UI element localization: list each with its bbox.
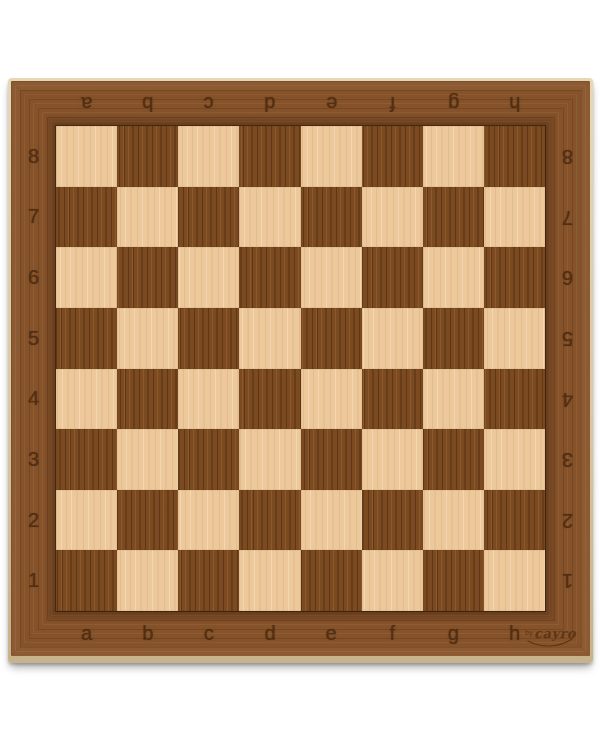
board-squares <box>56 126 545 611</box>
square-d3[interactable] <box>239 429 300 490</box>
square-f3[interactable] <box>362 429 423 490</box>
square-a6[interactable] <box>56 247 117 308</box>
rank-label-right-8: 8 <box>545 126 590 187</box>
board-frame: abcdefgh 87654321 87654321 abcdefgh by c… <box>11 81 590 656</box>
file-label-bottom-c: c <box>178 611 239 656</box>
square-g3[interactable] <box>423 429 484 490</box>
file-label-top-a: a <box>56 81 117 126</box>
square-a8[interactable] <box>56 126 117 187</box>
square-c6[interactable] <box>178 247 239 308</box>
square-h1[interactable] <box>484 550 545 611</box>
square-b7[interactable] <box>117 187 178 248</box>
file-labels-top: abcdefgh <box>11 81 590 126</box>
square-f8[interactable] <box>362 126 423 187</box>
square-g1[interactable] <box>423 550 484 611</box>
file-label-top-h: h <box>484 81 545 126</box>
square-h3[interactable] <box>484 429 545 490</box>
square-c7[interactable] <box>178 187 239 248</box>
square-e2[interactable] <box>301 490 362 551</box>
rank-label-left-5: 5 <box>11 308 56 369</box>
file-label-bottom-b: b <box>117 611 178 656</box>
rank-label-right-1: 1 <box>545 550 590 611</box>
file-label-top-e: e <box>301 81 362 126</box>
square-b4[interactable] <box>117 369 178 430</box>
file-label-top-f: f <box>362 81 423 126</box>
rank-label-left-2: 2 <box>11 490 56 551</box>
product-photo-background: abcdefgh 87654321 87654321 abcdefgh by c… <box>0 0 600 750</box>
square-a3[interactable] <box>56 429 117 490</box>
square-f5[interactable] <box>362 308 423 369</box>
square-c3[interactable] <box>178 429 239 490</box>
file-label-top-g: g <box>423 81 484 126</box>
square-d7[interactable] <box>239 187 300 248</box>
rank-labels-left: 87654321 <box>11 81 56 656</box>
square-c8[interactable] <box>178 126 239 187</box>
file-label-bottom-d: d <box>239 611 300 656</box>
rank-label-right-3: 3 <box>545 429 590 490</box>
square-g2[interactable] <box>423 490 484 551</box>
square-d8[interactable] <box>239 126 300 187</box>
file-label-top-c: c <box>178 81 239 126</box>
brand-logo-prefix: by <box>525 629 533 637</box>
square-h5[interactable] <box>484 308 545 369</box>
square-b8[interactable] <box>117 126 178 187</box>
rank-label-left-6: 6 <box>11 247 56 308</box>
square-e7[interactable] <box>301 187 362 248</box>
file-label-top-d: d <box>239 81 300 126</box>
rank-label-left-4: 4 <box>11 369 56 430</box>
file-label-bottom-f: f <box>362 611 423 656</box>
square-b3[interactable] <box>117 429 178 490</box>
rank-label-left-7: 7 <box>11 187 56 248</box>
square-e1[interactable] <box>301 550 362 611</box>
square-e3[interactable] <box>301 429 362 490</box>
square-a7[interactable] <box>56 187 117 248</box>
rank-label-right-6: 6 <box>545 247 590 308</box>
file-labels-bottom: abcdefgh <box>11 611 590 656</box>
square-d2[interactable] <box>239 490 300 551</box>
square-f7[interactable] <box>362 187 423 248</box>
square-f1[interactable] <box>362 550 423 611</box>
square-g6[interactable] <box>423 247 484 308</box>
square-c4[interactable] <box>178 369 239 430</box>
file-label-bottom-a: a <box>56 611 117 656</box>
rank-label-right-5: 5 <box>545 308 590 369</box>
brand-logo: by cayro <box>525 627 576 649</box>
square-e5[interactable] <box>301 308 362 369</box>
square-a2[interactable] <box>56 490 117 551</box>
file-label-bottom-g: g <box>423 611 484 656</box>
square-b5[interactable] <box>117 308 178 369</box>
square-e6[interactable] <box>301 247 362 308</box>
square-c1[interactable] <box>178 550 239 611</box>
square-c2[interactable] <box>178 490 239 551</box>
square-e8[interactable] <box>301 126 362 187</box>
square-b6[interactable] <box>117 247 178 308</box>
square-a5[interactable] <box>56 308 117 369</box>
square-g5[interactable] <box>423 308 484 369</box>
square-b1[interactable] <box>117 550 178 611</box>
square-h4[interactable] <box>484 369 545 430</box>
square-f4[interactable] <box>362 369 423 430</box>
square-b2[interactable] <box>117 490 178 551</box>
rank-label-left-3: 3 <box>11 429 56 490</box>
square-d4[interactable] <box>239 369 300 430</box>
square-g8[interactable] <box>423 126 484 187</box>
square-f2[interactable] <box>362 490 423 551</box>
square-g7[interactable] <box>423 187 484 248</box>
rank-label-left-1: 1 <box>11 550 56 611</box>
square-f6[interactable] <box>362 247 423 308</box>
square-d1[interactable] <box>239 550 300 611</box>
rank-label-right-4: 4 <box>545 369 590 430</box>
square-h7[interactable] <box>484 187 545 248</box>
square-g4[interactable] <box>423 369 484 430</box>
square-e4[interactable] <box>301 369 362 430</box>
square-h2[interactable] <box>484 490 545 551</box>
square-h8[interactable] <box>484 126 545 187</box>
rank-labels-right: 87654321 <box>545 81 590 656</box>
file-label-top-b: b <box>117 81 178 126</box>
square-a1[interactable] <box>56 550 117 611</box>
square-d5[interactable] <box>239 308 300 369</box>
file-label-bottom-e: e <box>301 611 362 656</box>
rank-label-left-8: 8 <box>11 126 56 187</box>
rank-label-right-7: 7 <box>545 187 590 248</box>
square-a4[interactable] <box>56 369 117 430</box>
chess-board: abcdefgh 87654321 87654321 abcdefgh by c… <box>8 78 593 663</box>
square-h6[interactable] <box>484 247 545 308</box>
square-d6[interactable] <box>239 247 300 308</box>
rank-label-right-2: 2 <box>545 490 590 551</box>
logo-swoosh-icon <box>527 638 573 648</box>
square-c5[interactable] <box>178 308 239 369</box>
